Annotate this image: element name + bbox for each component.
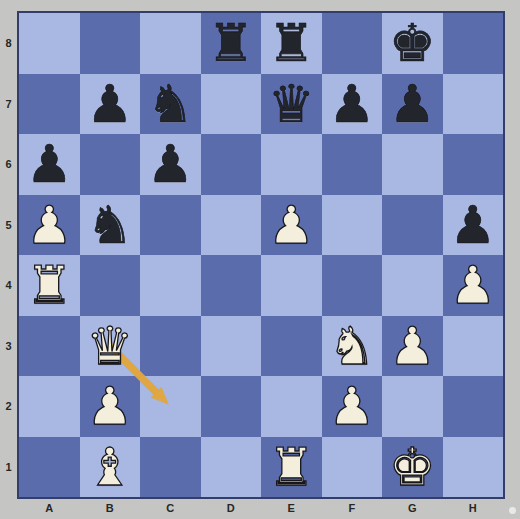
square-f8[interactable] xyxy=(322,13,383,74)
square-f5[interactable] xyxy=(322,195,383,256)
square-b8[interactable] xyxy=(80,13,141,74)
square-d5[interactable] xyxy=(201,195,262,256)
resize-handle-dot xyxy=(509,507,516,514)
square-e7[interactable]: ♛ xyxy=(261,74,322,135)
square-g3[interactable]: ♟ xyxy=(382,316,443,377)
square-g1[interactable]: ♚ xyxy=(382,437,443,498)
square-a8[interactable] xyxy=(19,13,80,74)
square-h2[interactable] xyxy=(443,376,504,437)
rank-label-8: 8 xyxy=(0,37,17,49)
square-e2[interactable] xyxy=(261,376,322,437)
square-h6[interactable] xyxy=(443,134,504,195)
chess-board[interactable]: ♜♜♚♟♞♛♟♟♟♟♟♞♟♟♜♟♛♞♟♟♟♝♜♚ xyxy=(17,11,505,499)
square-g2[interactable] xyxy=(382,376,443,437)
square-a6[interactable]: ♟ xyxy=(19,134,80,195)
square-g5[interactable] xyxy=(382,195,443,256)
square-b5[interactable]: ♞ xyxy=(80,195,141,256)
square-b2[interactable]: ♟ xyxy=(80,376,141,437)
file-label-g: G xyxy=(382,502,442,514)
square-a1[interactable] xyxy=(19,437,80,498)
piece-black-rook-d8[interactable]: ♜ xyxy=(201,13,262,74)
piece-black-queen-e7[interactable]: ♛ xyxy=(261,74,322,135)
square-h4[interactable]: ♟ xyxy=(443,255,504,316)
square-g8[interactable]: ♚ xyxy=(382,13,443,74)
piece-black-pawn-g7[interactable]: ♟ xyxy=(382,74,443,135)
square-b3[interactable]: ♛ xyxy=(80,316,141,377)
square-a5[interactable]: ♟ xyxy=(19,195,80,256)
square-d1[interactable] xyxy=(201,437,262,498)
square-f2[interactable]: ♟ xyxy=(322,376,383,437)
rank-label-7: 7 xyxy=(0,98,17,110)
chessboard-panel: ♜♜♚♟♞♛♟♟♟♟♟♞♟♟♜♟♛♞♟♟♟♝♜♚ 87654321ABCDEFG… xyxy=(0,0,520,519)
square-g4[interactable] xyxy=(382,255,443,316)
piece-black-knight-b5[interactable]: ♞ xyxy=(80,195,141,256)
square-h5[interactable]: ♟ xyxy=(443,195,504,256)
piece-black-knight-c7[interactable]: ♞ xyxy=(140,74,201,135)
piece-white-pawn-e5[interactable]: ♟ xyxy=(261,195,322,256)
square-d3[interactable] xyxy=(201,316,262,377)
file-label-b: B xyxy=(80,502,140,514)
piece-black-king-g8[interactable]: ♚ xyxy=(382,13,443,74)
piece-white-rook-e1[interactable]: ♜ xyxy=(261,437,322,498)
piece-white-queen-b3[interactable]: ♛ xyxy=(80,316,141,377)
square-c5[interactable] xyxy=(140,195,201,256)
piece-white-pawn-b2[interactable]: ♟ xyxy=(80,376,141,437)
piece-white-rook-a4[interactable]: ♜ xyxy=(19,255,80,316)
square-b1[interactable]: ♝ xyxy=(80,437,141,498)
square-d8[interactable]: ♜ xyxy=(201,13,262,74)
square-d7[interactable] xyxy=(201,74,262,135)
piece-white-bishop-b1[interactable]: ♝ xyxy=(80,437,141,498)
rank-label-5: 5 xyxy=(0,219,17,231)
square-f4[interactable] xyxy=(322,255,383,316)
square-f7[interactable]: ♟ xyxy=(322,74,383,135)
square-e6[interactable] xyxy=(261,134,322,195)
square-d4[interactable] xyxy=(201,255,262,316)
piece-black-pawn-c6[interactable]: ♟ xyxy=(140,134,201,195)
square-a7[interactable] xyxy=(19,74,80,135)
square-c3[interactable] xyxy=(140,316,201,377)
piece-white-pawn-a5[interactable]: ♟ xyxy=(19,195,80,256)
file-label-c: C xyxy=(140,502,200,514)
square-c1[interactable] xyxy=(140,437,201,498)
rank-label-3: 3 xyxy=(0,340,17,352)
square-a3[interactable] xyxy=(19,316,80,377)
square-h7[interactable] xyxy=(443,74,504,135)
rank-label-6: 6 xyxy=(0,158,17,170)
square-d2[interactable] xyxy=(201,376,262,437)
square-g7[interactable]: ♟ xyxy=(382,74,443,135)
square-a2[interactable] xyxy=(19,376,80,437)
rank-label-2: 2 xyxy=(0,400,17,412)
square-d6[interactable] xyxy=(201,134,262,195)
file-label-e: E xyxy=(261,502,321,514)
piece-black-rook-e8[interactable]: ♜ xyxy=(261,13,322,74)
square-h1[interactable] xyxy=(443,437,504,498)
square-b4[interactable] xyxy=(80,255,141,316)
file-label-a: A xyxy=(19,502,79,514)
rank-label-1: 1 xyxy=(0,461,17,473)
piece-black-pawn-b7[interactable]: ♟ xyxy=(80,74,141,135)
square-c6[interactable]: ♟ xyxy=(140,134,201,195)
square-b6[interactable] xyxy=(80,134,141,195)
piece-black-pawn-a6[interactable]: ♟ xyxy=(19,134,80,195)
piece-black-pawn-f7[interactable]: ♟ xyxy=(322,74,383,135)
square-e8[interactable]: ♜ xyxy=(261,13,322,74)
square-h8[interactable] xyxy=(443,13,504,74)
piece-black-pawn-h5[interactable]: ♟ xyxy=(443,195,504,256)
file-label-h: H xyxy=(443,502,503,514)
square-e1[interactable]: ♜ xyxy=(261,437,322,498)
rank-label-4: 4 xyxy=(0,279,17,291)
square-a4[interactable]: ♜ xyxy=(19,255,80,316)
piece-white-king-g1[interactable]: ♚ xyxy=(382,437,443,498)
square-h3[interactable] xyxy=(443,316,504,377)
square-e4[interactable] xyxy=(261,255,322,316)
square-f1[interactable] xyxy=(322,437,383,498)
square-f6[interactable] xyxy=(322,134,383,195)
square-f3[interactable]: ♞ xyxy=(322,316,383,377)
square-c2[interactable] xyxy=(140,376,201,437)
square-c4[interactable] xyxy=(140,255,201,316)
square-b7[interactable]: ♟ xyxy=(80,74,141,135)
file-label-f: F xyxy=(322,502,382,514)
square-e3[interactable] xyxy=(261,316,322,377)
piece-white-pawn-h4[interactable]: ♟ xyxy=(443,255,504,316)
square-c8[interactable] xyxy=(140,13,201,74)
file-label-d: D xyxy=(201,502,261,514)
piece-white-pawn-f2[interactable]: ♟ xyxy=(322,376,383,437)
piece-white-pawn-g3[interactable]: ♟ xyxy=(382,316,443,377)
square-e5[interactable]: ♟ xyxy=(261,195,322,256)
square-g6[interactable] xyxy=(382,134,443,195)
piece-white-knight-f3[interactable]: ♞ xyxy=(322,316,383,377)
square-c7[interactable]: ♞ xyxy=(140,74,201,135)
